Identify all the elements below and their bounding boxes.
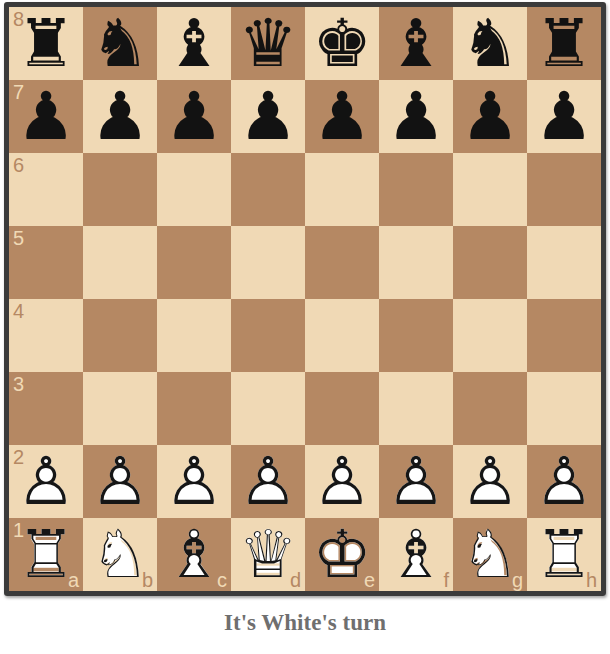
black-pawn-piece[interactable]: ♟	[534, 80, 593, 153]
white-rook-piece[interactable]: ♜♖	[534, 518, 593, 591]
square-c7[interactable]: ♟	[157, 80, 231, 153]
square-h5[interactable]	[527, 226, 601, 299]
black-pawn-piece[interactable]: ♟	[164, 80, 223, 153]
square-e4[interactable]	[305, 299, 379, 372]
rank-label-3: 3	[13, 374, 24, 394]
rank-label-6: 6	[13, 155, 24, 175]
square-h6[interactable]	[527, 153, 601, 226]
square-g5[interactable]	[453, 226, 527, 299]
rank-label-4: 4	[13, 301, 24, 321]
white-king-piece[interactable]: ♚♔	[312, 518, 371, 591]
square-a2[interactable]: 2♟♙	[9, 445, 83, 518]
square-d5[interactable]	[231, 226, 305, 299]
square-g6[interactable]	[453, 153, 527, 226]
white-pawn-piece[interactable]: ♟♙	[386, 445, 445, 518]
white-pawn-piece[interactable]: ♟♙	[90, 445, 149, 518]
square-f2[interactable]: ♟♙	[379, 445, 453, 518]
square-e1[interactable]: e♚♔	[305, 518, 379, 591]
white-knight-piece[interactable]: ♞♘	[460, 518, 519, 591]
black-queen-piece[interactable]: ♛	[238, 7, 297, 80]
square-d3[interactable]	[231, 372, 305, 445]
square-e5[interactable]	[305, 226, 379, 299]
black-rook-piece[interactable]: ♜	[16, 7, 75, 80]
square-c4[interactable]	[157, 299, 231, 372]
white-rook-piece[interactable]: ♜♖	[16, 518, 75, 591]
white-bishop-piece[interactable]: ♝♗	[386, 518, 445, 591]
square-d7[interactable]: ♟	[231, 80, 305, 153]
white-pawn-piece[interactable]: ♟♙	[16, 445, 75, 518]
white-bishop-piece[interactable]: ♝♗	[164, 518, 223, 591]
black-pawn-piece[interactable]: ♟	[312, 80, 371, 153]
square-h4[interactable]	[527, 299, 601, 372]
square-d8[interactable]: ♛	[231, 7, 305, 80]
square-a7[interactable]: 7♟	[9, 80, 83, 153]
square-d4[interactable]	[231, 299, 305, 372]
square-b6[interactable]	[83, 153, 157, 226]
rank-label-5: 5	[13, 228, 24, 248]
chess-board-frame: 8♜♞♝♛♚♝♞♜7♟♟♟♟♟♟♟♟65432♟♙♟♙♟♙♟♙♟♙♟♙♟♙♟♙1…	[4, 2, 606, 596]
white-pawn-piece[interactable]: ♟♙	[534, 445, 593, 518]
black-pawn-piece[interactable]: ♟	[460, 80, 519, 153]
black-pawn-piece[interactable]: ♟	[386, 80, 445, 153]
square-h8[interactable]: ♜	[527, 7, 601, 80]
square-f7[interactable]: ♟	[379, 80, 453, 153]
square-g8[interactable]: ♞	[453, 7, 527, 80]
square-a4[interactable]: 4	[9, 299, 83, 372]
white-pawn-piece[interactable]: ♟♙	[312, 445, 371, 518]
square-d6[interactable]	[231, 153, 305, 226]
square-f4[interactable]	[379, 299, 453, 372]
square-g4[interactable]	[453, 299, 527, 372]
square-e7[interactable]: ♟	[305, 80, 379, 153]
square-a6[interactable]: 6	[9, 153, 83, 226]
square-e3[interactable]	[305, 372, 379, 445]
black-bishop-piece[interactable]: ♝	[164, 7, 223, 80]
black-rook-piece[interactable]: ♜	[534, 7, 593, 80]
white-queen-piece[interactable]: ♛♕	[238, 518, 297, 591]
square-a1[interactable]: 1a♜♖	[9, 518, 83, 591]
square-d1[interactable]: d♛♕	[231, 518, 305, 591]
square-b3[interactable]	[83, 372, 157, 445]
chess-board: 8♜♞♝♛♚♝♞♜7♟♟♟♟♟♟♟♟65432♟♙♟♙♟♙♟♙♟♙♟♙♟♙♟♙1…	[4, 2, 606, 596]
square-h3[interactable]	[527, 372, 601, 445]
square-a8[interactable]: 8♜	[9, 7, 83, 80]
square-e8[interactable]: ♚	[305, 7, 379, 80]
square-b4[interactable]	[83, 299, 157, 372]
square-f5[interactable]	[379, 226, 453, 299]
turn-indicator: It's White's turn	[0, 610, 610, 636]
black-king-piece[interactable]: ♚	[312, 7, 371, 80]
square-e6[interactable]	[305, 153, 379, 226]
square-h1[interactable]: h♜♖	[527, 518, 601, 591]
square-c6[interactable]	[157, 153, 231, 226]
white-knight-piece[interactable]: ♞♘	[90, 518, 149, 591]
square-b1[interactable]: b♞♘	[83, 518, 157, 591]
square-a5[interactable]: 5	[9, 226, 83, 299]
square-b8[interactable]: ♞	[83, 7, 157, 80]
white-pawn-piece[interactable]: ♟♙	[238, 445, 297, 518]
black-knight-piece[interactable]: ♞	[90, 7, 149, 80]
square-b2[interactable]: ♟♙	[83, 445, 157, 518]
square-g1[interactable]: g♞♘	[453, 518, 527, 591]
black-bishop-piece[interactable]: ♝	[386, 7, 445, 80]
square-c1[interactable]: c♝♗	[157, 518, 231, 591]
white-pawn-piece[interactable]: ♟♙	[460, 445, 519, 518]
black-pawn-piece[interactable]: ♟	[238, 80, 297, 153]
square-g7[interactable]: ♟	[453, 80, 527, 153]
square-c3[interactable]	[157, 372, 231, 445]
square-d2[interactable]: ♟♙	[231, 445, 305, 518]
white-pawn-piece[interactable]: ♟♙	[164, 445, 223, 518]
square-b5[interactable]	[83, 226, 157, 299]
square-f6[interactable]	[379, 153, 453, 226]
square-f1[interactable]: f♝♗	[379, 518, 453, 591]
square-f3[interactable]	[379, 372, 453, 445]
square-c5[interactable]	[157, 226, 231, 299]
square-g3[interactable]	[453, 372, 527, 445]
square-h7[interactable]: ♟	[527, 80, 601, 153]
square-a3[interactable]: 3	[9, 372, 83, 445]
square-e2[interactable]: ♟♙	[305, 445, 379, 518]
square-h2[interactable]: ♟♙	[527, 445, 601, 518]
square-g2[interactable]: ♟♙	[453, 445, 527, 518]
square-b7[interactable]: ♟	[83, 80, 157, 153]
black-knight-piece[interactable]: ♞	[460, 7, 519, 80]
square-f8[interactable]: ♝	[379, 7, 453, 80]
black-pawn-piece[interactable]: ♟	[16, 80, 75, 153]
square-c8[interactable]: ♝	[157, 7, 231, 80]
square-c2[interactable]: ♟♙	[157, 445, 231, 518]
black-pawn-piece[interactable]: ♟	[90, 80, 149, 153]
